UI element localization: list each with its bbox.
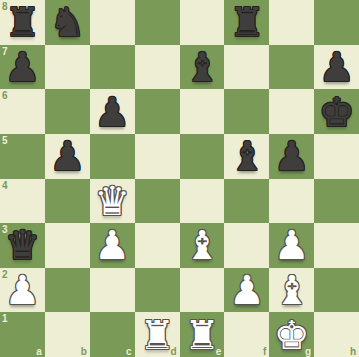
square-b4[interactable] xyxy=(45,179,90,224)
square-a7[interactable]: 7♟ xyxy=(0,45,45,90)
piece-black-pawn-b5[interactable]: ♟ xyxy=(49,136,85,176)
file-label-h: h xyxy=(350,346,356,357)
square-e7[interactable]: ♝ xyxy=(180,45,225,90)
piece-white-bishop-e3[interactable]: ♝ xyxy=(184,225,220,265)
piece-black-bishop-f5[interactable]: ♝ xyxy=(229,136,265,176)
square-g5[interactable]: ♟ xyxy=(269,134,314,179)
rank-label-6: 6 xyxy=(2,90,8,101)
square-b8[interactable]: ♞ xyxy=(45,0,90,45)
square-g2[interactable]: ♝ xyxy=(269,268,314,313)
square-a2[interactable]: 2♟ xyxy=(0,268,45,313)
square-h7[interactable]: ♟ xyxy=(314,45,359,90)
piece-black-rook-a8[interactable]: ♜ xyxy=(5,2,41,42)
square-e8[interactable] xyxy=(180,0,225,45)
square-a5[interactable]: 5 xyxy=(0,134,45,179)
square-f8[interactable]: ♜ xyxy=(224,0,269,45)
rank-label-1: 1 xyxy=(2,313,8,324)
square-d5[interactable] xyxy=(135,134,180,179)
square-e6[interactable] xyxy=(180,89,225,134)
piece-black-rook-f8[interactable]: ♜ xyxy=(229,2,265,42)
rank-label-5: 5 xyxy=(2,135,8,146)
square-b1[interactable]: b xyxy=(45,312,90,357)
square-f5[interactable]: ♝ xyxy=(224,134,269,179)
square-d8[interactable] xyxy=(135,0,180,45)
square-f7[interactable] xyxy=(224,45,269,90)
square-d3[interactable] xyxy=(135,223,180,268)
file-label-a: a xyxy=(36,346,42,357)
piece-white-pawn-f2[interactable]: ♟ xyxy=(229,270,265,310)
piece-black-pawn-g5[interactable]: ♟ xyxy=(274,136,310,176)
square-d1[interactable]: d♜ xyxy=(135,312,180,357)
square-h5[interactable] xyxy=(314,134,359,179)
square-c2[interactable] xyxy=(90,268,135,313)
piece-black-queen-a3[interactable]: ♛ xyxy=(5,225,41,265)
file-label-b: b xyxy=(81,346,87,357)
square-a3[interactable]: 3♛ xyxy=(0,223,45,268)
square-h1[interactable]: h xyxy=(314,312,359,357)
rank-label-4: 4 xyxy=(2,180,8,191)
square-c3[interactable]: ♟ xyxy=(90,223,135,268)
piece-white-king-g1[interactable]: ♚ xyxy=(274,315,310,355)
square-c4[interactable]: ♛ xyxy=(90,179,135,224)
square-g7[interactable] xyxy=(269,45,314,90)
square-d2[interactable] xyxy=(135,268,180,313)
piece-black-pawn-a7[interactable]: ♟ xyxy=(5,47,41,87)
square-f4[interactable] xyxy=(224,179,269,224)
chess-board: 8♜♞♜7♟♝♟6♟♚5♟♝♟4♛3♛♟♝♟2♟♟♝1abcd♜e♜fg♚h xyxy=(0,0,359,357)
square-e4[interactable] xyxy=(180,179,225,224)
square-b7[interactable] xyxy=(45,45,90,90)
square-a8[interactable]: 8♜ xyxy=(0,0,45,45)
square-f3[interactable] xyxy=(224,223,269,268)
piece-white-rook-d1[interactable]: ♜ xyxy=(139,315,175,355)
square-d4[interactable] xyxy=(135,179,180,224)
square-c5[interactable] xyxy=(90,134,135,179)
square-f2[interactable]: ♟ xyxy=(224,268,269,313)
piece-white-pawn-c3[interactable]: ♟ xyxy=(94,225,130,265)
square-b6[interactable] xyxy=(45,89,90,134)
square-g1[interactable]: g♚ xyxy=(269,312,314,357)
square-a4[interactable]: 4 xyxy=(0,179,45,224)
square-g3[interactable]: ♟ xyxy=(269,223,314,268)
square-b3[interactable] xyxy=(45,223,90,268)
square-a6[interactable]: 6 xyxy=(0,89,45,134)
square-f6[interactable] xyxy=(224,89,269,134)
square-e3[interactable]: ♝ xyxy=(180,223,225,268)
square-c7[interactable] xyxy=(90,45,135,90)
piece-black-knight-b8[interactable]: ♞ xyxy=(49,2,85,42)
square-h3[interactable] xyxy=(314,223,359,268)
square-b5[interactable]: ♟ xyxy=(45,134,90,179)
square-e1[interactable]: e♜ xyxy=(180,312,225,357)
square-b2[interactable] xyxy=(45,268,90,313)
piece-black-pawn-h7[interactable]: ♟ xyxy=(319,47,355,87)
square-c1[interactable]: c xyxy=(90,312,135,357)
square-d6[interactable] xyxy=(135,89,180,134)
piece-white-pawn-g3[interactable]: ♟ xyxy=(274,225,310,265)
file-label-c: c xyxy=(126,346,132,357)
square-g4[interactable] xyxy=(269,179,314,224)
piece-black-pawn-c6[interactable]: ♟ xyxy=(94,92,130,132)
square-d7[interactable] xyxy=(135,45,180,90)
square-e2[interactable] xyxy=(180,268,225,313)
piece-black-bishop-e7[interactable]: ♝ xyxy=(184,47,220,87)
square-g6[interactable] xyxy=(269,89,314,134)
square-e5[interactable] xyxy=(180,134,225,179)
square-g8[interactable] xyxy=(269,0,314,45)
piece-white-rook-e1[interactable]: ♜ xyxy=(184,315,220,355)
square-c8[interactable] xyxy=(90,0,135,45)
piece-white-queen-c4[interactable]: ♛ xyxy=(94,181,130,221)
square-f1[interactable]: f xyxy=(224,312,269,357)
piece-white-bishop-g2[interactable]: ♝ xyxy=(274,270,310,310)
file-label-f: f xyxy=(263,346,266,357)
square-h2[interactable] xyxy=(314,268,359,313)
square-c6[interactable]: ♟ xyxy=(90,89,135,134)
square-h6[interactable]: ♚ xyxy=(314,89,359,134)
piece-white-pawn-a2[interactable]: ♟ xyxy=(5,270,41,310)
square-h8[interactable] xyxy=(314,0,359,45)
piece-black-king-h6[interactable]: ♚ xyxy=(319,92,355,132)
square-h4[interactable] xyxy=(314,179,359,224)
square-a1[interactable]: 1a xyxy=(0,312,45,357)
